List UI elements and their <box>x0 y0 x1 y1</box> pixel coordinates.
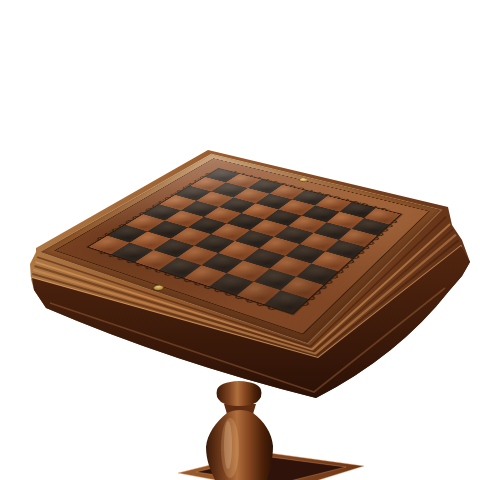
pedestal-bulb <box>206 410 273 480</box>
chess-table-photo <box>0 0 480 480</box>
pedestal-highlight-core <box>224 421 232 469</box>
pedestal-collar <box>217 381 262 406</box>
